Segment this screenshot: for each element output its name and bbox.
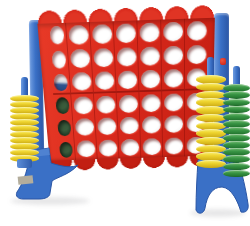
board-cell [117,92,140,115]
board-cell [53,94,73,117]
board-cell [162,67,185,91]
board-cell [96,137,119,159]
board-cell [139,91,162,114]
board-cell [70,70,94,94]
board-hole [117,71,137,90]
board-hole [139,22,159,42]
board-hole [49,26,64,45]
board-cell [118,115,141,138]
board-hole [91,24,112,44]
board-cell [94,93,118,116]
board-hole [163,46,183,65]
board-cell [161,19,185,44]
board-hole [73,96,93,114]
board-hole [69,49,90,68]
board-cell [68,47,93,72]
board-hole [140,70,160,89]
board-hole [95,95,115,113]
board-hole [187,45,207,64]
yellow-disc [196,114,226,122]
board-cell [90,21,115,46]
board-hole [57,120,71,137]
board-cell [49,47,69,71]
board-hole [164,116,183,134]
disc-stack-right-green [223,85,250,177]
board-cell [141,136,163,158]
board-hole [142,138,161,155]
board-hole [98,140,117,157]
board-hole [141,116,160,134]
board-hole [71,72,91,91]
product-photo [0,0,250,226]
board-hole [120,139,139,156]
board-hole [164,138,182,155]
board-hole [93,49,113,68]
disc-stack-left-yellow [10,96,39,162]
board-cell [55,117,74,139]
disc-stack-right-yellow [196,76,226,168]
board-hole [163,69,182,88]
board-cell [114,20,138,45]
board-hole [118,95,137,113]
red-locking-pin [220,58,226,65]
board-hole [97,118,116,136]
board-cell [163,135,185,157]
board-hole [55,97,69,114]
board-cell [91,46,115,71]
board-hole [140,47,160,66]
board-cell [71,94,95,117]
board-cell [185,43,209,68]
board-cell [138,44,162,69]
board-hole [74,119,94,137]
board-cell [162,91,185,114]
board-cell [51,71,71,95]
board-cell [137,20,161,45]
board-cell [140,114,163,137]
board-cell [73,116,97,139]
board-cell [185,18,209,43]
left-stack-bracket [17,159,32,168]
board-hole [119,117,138,135]
board-grid [37,18,214,161]
board-hole [115,23,135,43]
board-cell [162,43,185,68]
board-cell [47,23,68,48]
board-hole [68,25,89,45]
board-hole [116,48,136,67]
board-cell [116,69,140,93]
leg-label-sticker [18,175,34,185]
board-hole [94,71,114,90]
board-hole [164,93,183,111]
board-cell [93,70,117,94]
board-cell [119,137,142,159]
board-hole [187,21,207,41]
green-disc [223,170,250,178]
board-hole [52,51,67,69]
board-cell [115,45,139,70]
board-cell [95,115,118,138]
board-cell [66,22,91,47]
board-hole [163,22,183,42]
board-cell [162,113,184,136]
board-hole [53,73,68,91]
board-cell [139,68,162,92]
yellow-disc [196,160,226,168]
board-hole [141,94,160,112]
